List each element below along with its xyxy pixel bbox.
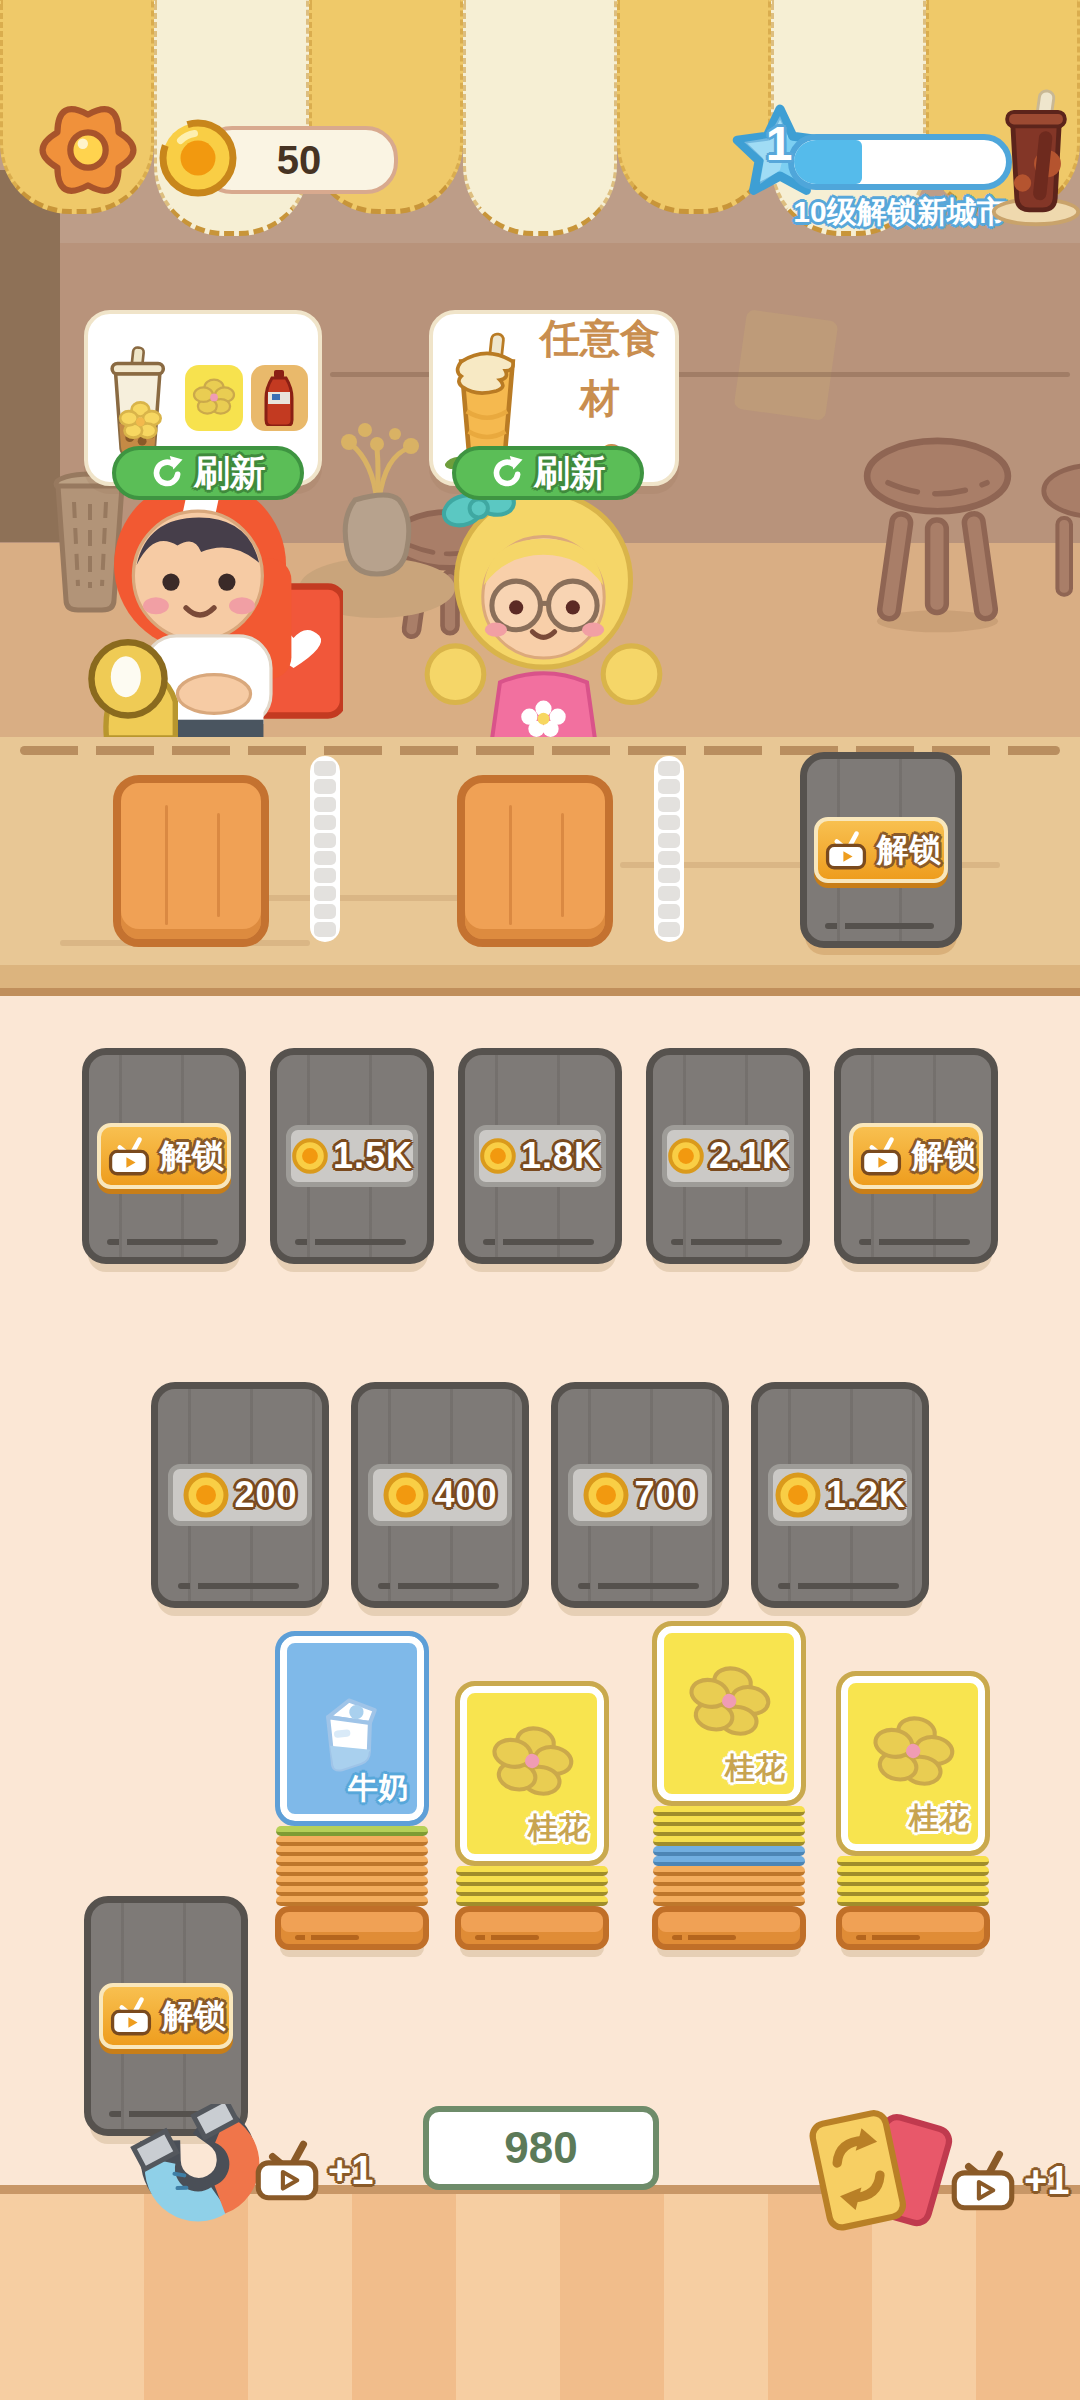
coin-icon (156, 116, 240, 200)
refresh-label: 刷新 (534, 449, 606, 498)
price-tag: 200 (168, 1464, 312, 1526)
unlock-label: 解锁 (912, 1134, 976, 1178)
osmanthus-icon (479, 1708, 586, 1815)
price-label: 1.2K (826, 1474, 906, 1516)
refresh-icon (150, 456, 184, 490)
badge-count: +1 (328, 2148, 374, 2193)
refresh-label: 刷新 (194, 449, 266, 498)
wall-poster (733, 309, 838, 421)
locked-card-price[interactable]: 400 (351, 1382, 529, 1608)
price-tag: 700 (568, 1464, 712, 1526)
unlock-ad-button[interactable]: 解锁 (97, 1123, 231, 1189)
price-label: 2.1K (709, 1135, 789, 1177)
ingredient-stack-osmanthus[interactable]: 桂花 (652, 1621, 806, 1950)
stack-tray (652, 1906, 806, 1950)
tv-icon (944, 2146, 1022, 2214)
osmanthus-card[interactable]: 桂花 (652, 1621, 806, 1806)
cola-ingredient-tile (251, 365, 308, 431)
unlock-ad-button[interactable]: 解锁 (99, 1983, 233, 2049)
order-requirement-text: 任意食材 (533, 308, 667, 428)
locked-card-ad[interactable]: 解锁 (82, 1048, 246, 1264)
coin-icon (479, 1133, 517, 1179)
tv-icon (821, 828, 871, 872)
cola-bottle-icon (262, 370, 296, 426)
organize-ad-badge: +1 (944, 2146, 1070, 2214)
price-tag: 1.2K (768, 1464, 912, 1526)
cup-icon (988, 86, 1080, 232)
cards-swap-icon (788, 2100, 968, 2245)
locked-card-price[interactable]: 2.1K (646, 1048, 810, 1264)
tv-icon (856, 1134, 906, 1178)
counter-slot-board[interactable] (457, 775, 613, 947)
level-number: 1 (733, 116, 825, 171)
slot-progress-strip (310, 756, 340, 942)
unlock-label: 解锁 (162, 1994, 226, 2038)
card-label: 桂花 (528, 1808, 588, 1849)
coin-icon (182, 1471, 230, 1519)
customer-girl-character (415, 484, 673, 740)
tv-icon (248, 2136, 326, 2204)
stack-tray (275, 1906, 429, 1950)
slot-progress-strip (654, 756, 684, 942)
stack-tray (455, 1906, 609, 1950)
delivery-boy-character (85, 466, 343, 738)
milk-icon (307, 1681, 398, 1775)
delivery-count-box: 980 (423, 2106, 659, 2190)
osmanthus-card[interactable]: 桂花 (836, 1671, 990, 1856)
unlock-ad-button[interactable]: 解锁 (814, 817, 948, 883)
locked-card-ad[interactable]: 解锁 (84, 1896, 248, 2136)
price-label: 1.5K (333, 1135, 413, 1177)
refresh-icon (490, 456, 524, 490)
card-label: 桂花 (725, 1748, 785, 1789)
locked-card-price[interactable]: 1.2K (751, 1382, 929, 1608)
unlock-label: 解锁 (160, 1134, 224, 1178)
badge-count: +1 (1024, 2158, 1070, 2203)
milk-card[interactable]: 牛奶 (275, 1631, 429, 1826)
locked-card-price[interactable]: 200 (151, 1382, 329, 1608)
magnet-ad-badge: +1 (248, 2136, 374, 2204)
osmanthus-card[interactable]: 桂花 (455, 1681, 609, 1866)
unlock-label: 解锁 (877, 828, 941, 872)
price-label: 400 (434, 1474, 497, 1516)
price-tag: 2.1K (662, 1125, 794, 1187)
price-label: 200 (234, 1474, 297, 1516)
stool-icon (855, 425, 1020, 635)
gear-icon[interactable] (36, 98, 140, 202)
coin-icon (382, 1471, 430, 1519)
ingredient-stack-milk[interactable]: 牛奶 (275, 1631, 429, 1950)
tv-icon (106, 1994, 156, 2038)
coin-icon (582, 1471, 630, 1519)
locked-card-price[interactable]: 700 (551, 1382, 729, 1608)
price-label: 700 (634, 1474, 697, 1516)
refresh-button-left[interactable]: 刷新 (112, 446, 304, 500)
coin-icon (291, 1133, 329, 1179)
card-label: 桂花 (909, 1798, 969, 1839)
osmanthus-icon (860, 1698, 967, 1805)
card-row-2: 200 400 700 1.2K (0, 1382, 1080, 1608)
locked-card-price[interactable]: 1.8K (458, 1048, 622, 1264)
osmanthus-ingredient-tile (185, 365, 242, 431)
coin-icon (667, 1133, 705, 1179)
game-screen: 50 1 10级解锁新城市 (0, 0, 1080, 2400)
counter-slot-board[interactable] (113, 775, 269, 947)
price-label: 1.8K (521, 1135, 601, 1177)
tv-icon (104, 1134, 154, 1178)
ingredient-stack-osmanthus[interactable]: 桂花 (455, 1681, 609, 1950)
ingredient-stack-osmanthus[interactable]: 桂花 (836, 1671, 990, 1950)
unlock-ad-button[interactable]: 解锁 (849, 1123, 983, 1189)
stack-tray (836, 1906, 990, 1950)
locked-card-price[interactable]: 1.5K (270, 1048, 434, 1264)
card-label: 牛奶 (348, 1768, 408, 1809)
counter-locked-slot[interactable]: 解锁 (800, 752, 962, 948)
price-tag: 1.8K (474, 1125, 606, 1187)
price-tag: 400 (368, 1464, 512, 1526)
refresh-button-right[interactable]: 刷新 (452, 446, 644, 500)
coin-icon (774, 1471, 822, 1519)
price-tag: 1.5K (286, 1125, 418, 1187)
delivery-count: 980 (504, 2123, 577, 2173)
stool-icon (1035, 430, 1080, 630)
locked-card-ad[interactable]: 解锁 (834, 1048, 998, 1264)
osmanthus-icon (676, 1648, 783, 1755)
coin-count: 50 (277, 138, 322, 183)
card-row-1: 解锁 1.5K 1.8K 2.1K 解锁 (0, 1048, 1080, 1264)
osmanthus-icon (189, 373, 239, 423)
